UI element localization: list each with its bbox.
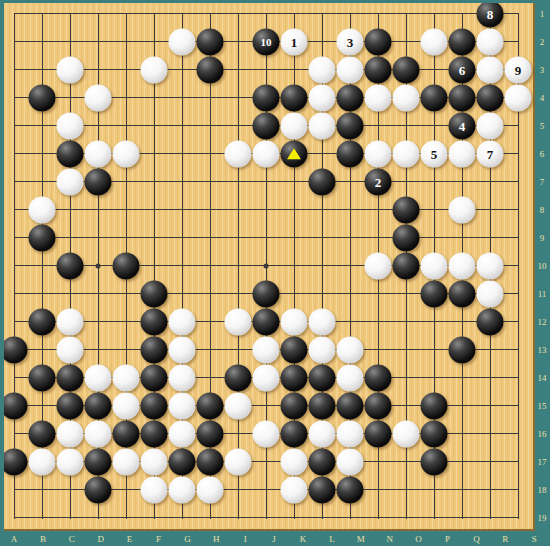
go-app-window: 81013694572 ABCDEFGHIJKLMNOPQRS123456789…	[0, 0, 550, 546]
stone-white-O4	[393, 84, 420, 111]
grid-line-vertical	[238, 14, 239, 519]
stone-black-P16	[421, 420, 448, 447]
stone-black-P11	[421, 280, 448, 307]
stone-white-K18	[281, 476, 308, 503]
stone-black-C10	[57, 252, 84, 279]
stone-black-D18	[85, 476, 112, 503]
row-label-5: 5	[540, 121, 545, 131]
stone-black-O9	[393, 224, 420, 251]
column-label-B: B	[40, 534, 46, 544]
stone-black-N2	[365, 28, 392, 55]
stone-white-M2: 3	[337, 28, 364, 55]
column-label-E: E	[127, 534, 133, 544]
stone-black-O10	[393, 252, 420, 279]
stone-white-L16	[309, 420, 336, 447]
row-label-11: 11	[538, 289, 547, 299]
row-label-9: 9	[540, 233, 545, 243]
stone-white-G18	[169, 476, 196, 503]
stone-black-H2	[197, 28, 224, 55]
stone-white-G2	[169, 28, 196, 55]
stone-white-F18	[141, 476, 168, 503]
stone-black-L7	[309, 168, 336, 195]
stone-black-P15	[421, 392, 448, 419]
stone-black-Q4	[449, 84, 476, 111]
stone-white-I15	[225, 392, 252, 419]
row-label-1: 1	[540, 9, 545, 19]
stone-white-D16	[85, 420, 112, 447]
row-label-16: 16	[538, 429, 547, 439]
row-label-10: 10	[538, 261, 547, 271]
stone-white-P6: 5	[421, 140, 448, 167]
stone-black-B16	[29, 420, 56, 447]
stone-white-Q6	[449, 140, 476, 167]
stone-black-R4	[477, 84, 504, 111]
stone-black-H16	[197, 420, 224, 447]
stone-white-L3	[309, 56, 336, 83]
stone-white-C12	[57, 308, 84, 335]
column-label-D: D	[97, 534, 104, 544]
row-label-7: 7	[540, 177, 545, 187]
stone-black-E10	[113, 252, 140, 279]
move-number-label: 7	[487, 147, 494, 160]
stone-black-L18	[309, 476, 336, 503]
stone-black-H15	[197, 392, 224, 419]
stone-black-A13	[1, 336, 28, 363]
move-number-label: 6	[459, 63, 466, 76]
stone-black-K15	[281, 392, 308, 419]
stone-black-Q13	[449, 336, 476, 363]
stone-white-E6	[113, 140, 140, 167]
stone-white-Q8	[449, 196, 476, 223]
stone-black-O8	[393, 196, 420, 223]
move-number-label: 8	[487, 7, 494, 20]
stone-black-N15	[365, 392, 392, 419]
stone-black-H3	[197, 56, 224, 83]
stone-black-R12	[477, 308, 504, 335]
stone-black-E16	[113, 420, 140, 447]
stone-black-G17	[169, 448, 196, 475]
column-label-P: P	[445, 534, 450, 544]
stone-white-I12	[225, 308, 252, 335]
stone-white-B17	[29, 448, 56, 475]
stone-white-M14	[337, 364, 364, 391]
stone-white-G13	[169, 336, 196, 363]
move-number-label: 1	[291, 35, 298, 48]
board-frame-left	[0, 0, 4, 531]
move-number-label: 3	[347, 35, 354, 48]
grid-line-horizontal	[14, 209, 519, 210]
stone-black-N3	[365, 56, 392, 83]
stone-white-R2	[477, 28, 504, 55]
stone-white-C5	[57, 112, 84, 139]
column-label-S: S	[532, 534, 537, 544]
stone-black-J4	[253, 84, 280, 111]
stone-white-G12	[169, 308, 196, 335]
stone-black-J11	[253, 280, 280, 307]
move-number-label: 9	[515, 63, 522, 76]
stone-white-C17	[57, 448, 84, 475]
stone-black-N14	[365, 364, 392, 391]
stone-white-K5	[281, 112, 308, 139]
star-point-J10	[264, 263, 269, 268]
stone-black-F15	[141, 392, 168, 419]
stone-white-N10	[365, 252, 392, 279]
stone-white-P2	[421, 28, 448, 55]
column-label-I: I	[244, 534, 247, 544]
stone-black-Q2	[449, 28, 476, 55]
stone-white-H18	[197, 476, 224, 503]
column-label-K: K	[300, 534, 307, 544]
move-number-label: 4	[459, 119, 466, 132]
triangle-marker	[287, 148, 301, 159]
column-label-F: F	[156, 534, 161, 544]
stone-black-K13	[281, 336, 308, 363]
stone-white-J14	[253, 364, 280, 391]
stone-black-Q3: 6	[449, 56, 476, 83]
stone-white-Q10	[449, 252, 476, 279]
stone-white-F17	[141, 448, 168, 475]
stone-black-C15	[57, 392, 84, 419]
column-label-L: L	[329, 534, 335, 544]
stone-white-M17	[337, 448, 364, 475]
stone-black-K16	[281, 420, 308, 447]
grid-line-horizontal	[14, 237, 519, 238]
stone-white-C7	[57, 168, 84, 195]
stone-white-K2: 1	[281, 28, 308, 55]
stone-white-J6	[253, 140, 280, 167]
stone-white-O6	[393, 140, 420, 167]
column-label-R: R	[502, 534, 508, 544]
row-label-3: 3	[540, 65, 545, 75]
stone-white-E14	[113, 364, 140, 391]
move-number-label: 10	[261, 36, 272, 47]
stone-white-C3	[57, 56, 84, 83]
stone-black-M5	[337, 112, 364, 139]
stone-black-R1: 8	[477, 0, 504, 27]
stone-black-L17	[309, 448, 336, 475]
row-label-4: 4	[540, 93, 545, 103]
stone-white-R11	[477, 280, 504, 307]
column-label-A: A	[11, 534, 18, 544]
stone-white-P10	[421, 252, 448, 279]
stone-black-M15	[337, 392, 364, 419]
row-label-14: 14	[538, 373, 547, 383]
grid-line-horizontal	[14, 517, 519, 518]
stone-black-N16	[365, 420, 392, 447]
stone-white-L5	[309, 112, 336, 139]
stone-white-R3	[477, 56, 504, 83]
stone-black-B14	[29, 364, 56, 391]
stone-white-S4	[505, 84, 532, 111]
row-label-6: 6	[540, 149, 545, 159]
stone-black-O3	[393, 56, 420, 83]
row-label-15: 15	[538, 401, 547, 411]
stone-black-F16	[141, 420, 168, 447]
row-label-2: 2	[540, 37, 545, 47]
row-label-13: 13	[538, 345, 547, 355]
star-point-D10	[96, 263, 101, 268]
column-label-M: M	[357, 534, 365, 544]
stone-black-D15	[85, 392, 112, 419]
stone-black-M4	[337, 84, 364, 111]
stone-white-E17	[113, 448, 140, 475]
stone-black-B4	[29, 84, 56, 111]
stone-white-L12	[309, 308, 336, 335]
row-label-18: 18	[538, 485, 547, 495]
stone-white-I6	[225, 140, 252, 167]
stone-black-F14	[141, 364, 168, 391]
row-label-8: 8	[540, 205, 545, 215]
row-label-12: 12	[538, 317, 547, 327]
stone-white-G16	[169, 420, 196, 447]
column-label-O: O	[415, 534, 422, 544]
stone-white-L4	[309, 84, 336, 111]
column-label-Q: Q	[473, 534, 480, 544]
stone-black-J5	[253, 112, 280, 139]
stone-black-M6	[337, 140, 364, 167]
stone-white-G14	[169, 364, 196, 391]
column-label-C: C	[69, 534, 75, 544]
stone-white-G15	[169, 392, 196, 419]
stone-black-F11	[141, 280, 168, 307]
stone-black-N7: 2	[365, 168, 392, 195]
stone-black-P17	[421, 448, 448, 475]
stone-black-J2: 10	[253, 28, 280, 55]
stone-black-I14	[225, 364, 252, 391]
stone-black-L14	[309, 364, 336, 391]
stone-black-Q5: 4	[449, 112, 476, 139]
board-frame-top	[0, 0, 535, 3]
stone-white-D6	[85, 140, 112, 167]
row-label-19: 19	[538, 513, 547, 523]
column-label-G: G	[184, 534, 191, 544]
stone-white-O16	[393, 420, 420, 447]
stone-white-F3	[141, 56, 168, 83]
move-number-label: 5	[431, 147, 438, 160]
grid-line-vertical	[14, 14, 15, 519]
stone-white-C16	[57, 420, 84, 447]
stone-white-M3	[337, 56, 364, 83]
stone-white-R10	[477, 252, 504, 279]
stone-black-M18	[337, 476, 364, 503]
stone-white-S3: 9	[505, 56, 532, 83]
stone-black-C14	[57, 364, 84, 391]
stone-white-K12	[281, 308, 308, 335]
stone-white-M16	[337, 420, 364, 447]
stone-black-A15	[1, 392, 28, 419]
stone-black-C6	[57, 140, 84, 167]
row-label-17: 17	[538, 457, 547, 467]
stone-black-H17	[197, 448, 224, 475]
column-label-N: N	[386, 534, 393, 544]
stone-black-F13	[141, 336, 168, 363]
stone-white-N6	[365, 140, 392, 167]
stone-black-F12	[141, 308, 168, 335]
stone-black-P4	[421, 84, 448, 111]
stone-black-D7	[85, 168, 112, 195]
stone-black-Q11	[449, 280, 476, 307]
stone-white-N4	[365, 84, 392, 111]
move-number-label: 2	[375, 175, 382, 188]
stone-black-K14	[281, 364, 308, 391]
stone-black-D17	[85, 448, 112, 475]
column-label-H: H	[213, 534, 220, 544]
stone-black-L15	[309, 392, 336, 419]
stone-black-J12	[253, 308, 280, 335]
stone-white-I17	[225, 448, 252, 475]
stone-white-B8	[29, 196, 56, 223]
stone-white-E15	[113, 392, 140, 419]
stone-white-L13	[309, 336, 336, 363]
stone-black-B9	[29, 224, 56, 251]
stone-white-R6: 7	[477, 140, 504, 167]
stone-white-K17	[281, 448, 308, 475]
go-board[interactable]: 81013694572	[0, 0, 535, 531]
column-label-J: J	[272, 534, 276, 544]
stone-white-J16	[253, 420, 280, 447]
stone-white-C13	[57, 336, 84, 363]
stone-black-B12	[29, 308, 56, 335]
stone-white-D14	[85, 364, 112, 391]
stone-white-J13	[253, 336, 280, 363]
grid-line-horizontal	[14, 69, 519, 70]
stone-white-M13	[337, 336, 364, 363]
stone-black-K4	[281, 84, 308, 111]
stone-black-A17	[1, 448, 28, 475]
stone-white-D4	[85, 84, 112, 111]
stone-white-R5	[477, 112, 504, 139]
grid-line-horizontal	[14, 13, 519, 14]
